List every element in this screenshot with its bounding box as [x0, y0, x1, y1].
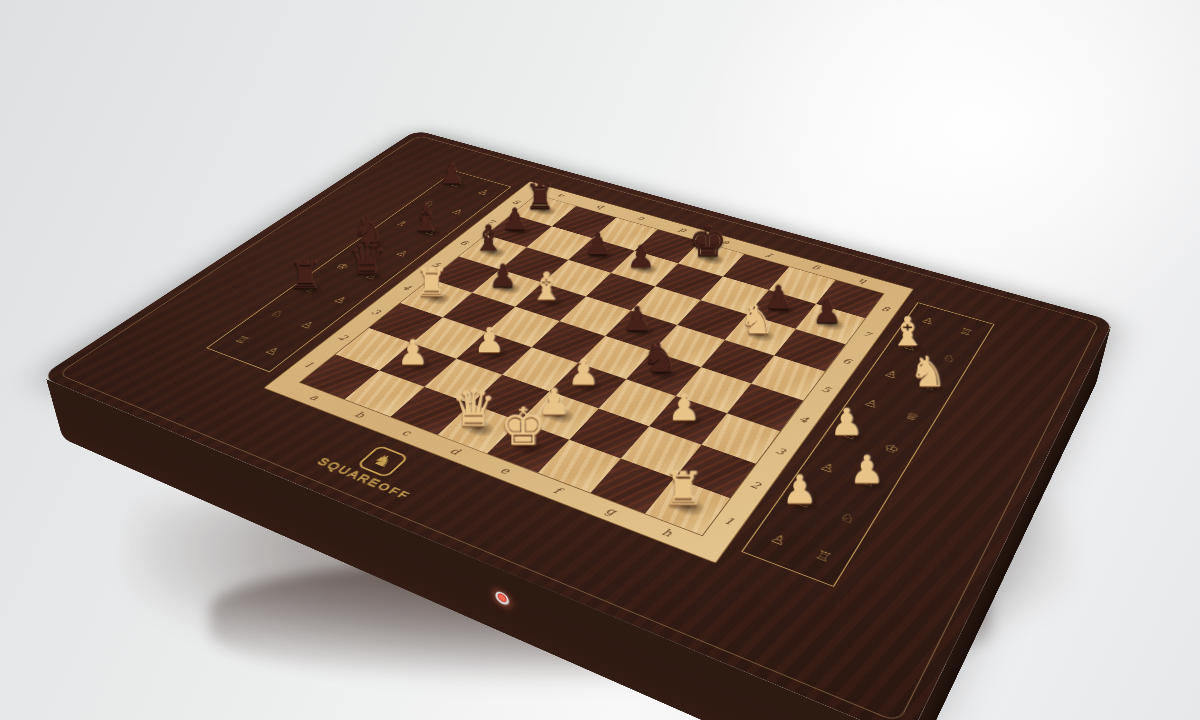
piece-glyph: ♟: [429, 159, 474, 187]
square-h4[interactable]: [727, 384, 803, 432]
piece-glyph: ♟: [768, 469, 831, 509]
piece-glyph: ♟: [462, 323, 517, 357]
printed-rook-symbol: ♖: [231, 335, 251, 346]
piece-glyph: ♝: [880, 311, 934, 351]
printed-rook-symbol: ♖: [957, 326, 974, 337]
printed-queen-symbol: ♕: [902, 411, 921, 424]
printed-pawn-symbol: ♙: [767, 532, 789, 548]
piece-glyph: ♟: [610, 301, 663, 335]
piece-glyph: ♟: [385, 334, 440, 369]
square-g6[interactable]: ♞: [725, 314, 796, 355]
piece-glyph: ♟: [836, 450, 898, 489]
piece-glyph: ♟: [801, 295, 854, 328]
piece-glyph: ♞: [730, 299, 783, 339]
coord-label: h: [632, 514, 701, 551]
piece-glyph: ♝: [520, 267, 572, 305]
piece-glyph: ♝: [464, 219, 513, 255]
piece-glyph: ♟: [616, 241, 666, 272]
printed-pawn-symbol: ♙: [297, 320, 317, 331]
tray-cell: ♕: [881, 395, 942, 439]
piece-glyph: ♝: [402, 200, 450, 235]
power-button[interactable]: [495, 590, 510, 608]
printed-rook-symbol: ♖: [812, 549, 834, 566]
piece-glyph: ♞: [900, 350, 956, 392]
printed-knight-symbol: ♘: [837, 511, 858, 527]
piece-glyph: ♞: [632, 337, 688, 378]
tray-cell: ♖: [938, 314, 993, 351]
printed-pawn-symbol: ♙: [393, 249, 411, 258]
piece-glyph: ♜: [652, 465, 715, 512]
piece-glyph: ♟: [573, 228, 622, 259]
printed-pawn-symbol: ♙: [262, 346, 282, 357]
printed-pawn-symbol: ♙: [449, 208, 466, 216]
printed-pawn-symbol: ♙: [475, 188, 491, 196]
piece-glyph: ♜: [406, 264, 457, 302]
piece-glyph: ♟: [817, 403, 876, 440]
printed-knight-symbol: ♘: [267, 309, 287, 320]
logo-word-off: OFF: [374, 480, 414, 502]
piece-glyph: ♜: [280, 256, 331, 294]
printed-pawn-symbol: ♙: [882, 369, 901, 381]
piece-glyph: ♛: [342, 237, 392, 281]
knight-icon: ♞: [356, 445, 410, 478]
piece-glyph: ♟: [655, 388, 713, 425]
piece-glyph: ♚: [493, 400, 553, 452]
printed-pawn-symbol: ♙: [331, 295, 350, 305]
